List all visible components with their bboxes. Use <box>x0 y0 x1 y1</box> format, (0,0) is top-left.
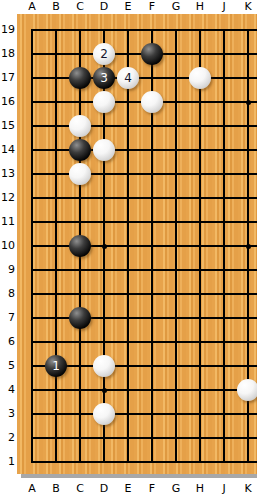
intersection-A17[interactable] <box>20 66 44 90</box>
row-label-1: 1 <box>0 450 15 474</box>
intersection-K3[interactable] <box>236 402 257 426</box>
white-stone-D3[interactable] <box>93 403 115 425</box>
intersection-E8[interactable] <box>116 282 140 306</box>
column-label-top-E: E <box>116 0 140 14</box>
intersection-G19[interactable] <box>164 18 188 42</box>
intersection-E17[interactable]: 4 <box>116 66 140 90</box>
intersection-K4[interactable] <box>236 378 257 402</box>
black-stone-B5[interactable]: 1 <box>45 355 67 377</box>
white-stone-D18[interactable]: 2 <box>93 43 115 65</box>
move-number: 4 <box>124 72 132 84</box>
column-label-bottom-C: C <box>68 482 92 496</box>
row-label-12: 12 <box>0 186 15 210</box>
intersection-J17[interactable] <box>212 66 236 90</box>
intersection-K18[interactable] <box>236 42 257 66</box>
intersection-D18[interactable]: 2 <box>92 42 116 66</box>
intersection-B4[interactable] <box>44 378 68 402</box>
white-stone-F16[interactable] <box>141 91 163 113</box>
column-label-bottom-B: B <box>44 482 68 496</box>
black-stone-C17[interactable] <box>69 67 91 89</box>
intersection-A4[interactable] <box>20 378 44 402</box>
column-label-bottom-E: E <box>116 482 140 496</box>
intersection-B19[interactable] <box>44 18 68 42</box>
intersection-D2[interactable] <box>92 426 116 450</box>
move-number: 1 <box>52 360 60 372</box>
intersection-A14[interactable] <box>20 138 44 162</box>
column-label-bottom-J: J <box>212 482 236 496</box>
intersection-K13[interactable] <box>236 162 257 186</box>
intersection-F4[interactable] <box>140 378 164 402</box>
row-label-8: 8 <box>0 282 15 306</box>
board-shadow <box>21 474 257 478</box>
star-point-D4 <box>102 388 107 393</box>
intersection-J6[interactable] <box>212 330 236 354</box>
intersection-G12[interactable] <box>164 186 188 210</box>
intersection-F3[interactable] <box>140 402 164 426</box>
column-label-top-F: F <box>140 0 164 14</box>
row-label-11: 11 <box>0 210 15 234</box>
intersection-H1[interactable] <box>188 450 212 474</box>
intersection-J13[interactable] <box>212 162 236 186</box>
intersection-G3[interactable] <box>164 402 188 426</box>
intersection-A5[interactable] <box>20 354 44 378</box>
row-label-6: 6 <box>0 330 15 354</box>
intersection-G5[interactable] <box>164 354 188 378</box>
intersection-A15[interactable] <box>20 114 44 138</box>
column-label-bottom-G: G <box>164 482 188 496</box>
intersection-F11[interactable] <box>140 210 164 234</box>
intersection-E16[interactable] <box>116 90 140 114</box>
row-label-16: 16 <box>0 90 15 114</box>
intersection-E15[interactable] <box>116 114 140 138</box>
row-label-7: 7 <box>0 306 15 330</box>
go-board-diagram: ABCDEFGHJK 19181716151413121110987654321… <box>0 0 257 500</box>
intersection-C12[interactable] <box>68 186 92 210</box>
intersection-A12[interactable] <box>20 186 44 210</box>
intersection-G1[interactable] <box>164 450 188 474</box>
intersection-K11[interactable] <box>236 210 257 234</box>
intersection-J10[interactable] <box>212 234 236 258</box>
intersection-K8[interactable] <box>236 282 257 306</box>
intersection-C15[interactable] <box>68 114 92 138</box>
intersection-J19[interactable] <box>212 18 236 42</box>
intersection-K16[interactable] <box>236 90 257 114</box>
intersection-A10[interactable] <box>20 234 44 258</box>
intersection-C14[interactable] <box>68 138 92 162</box>
intersection-H7[interactable] <box>188 306 212 330</box>
intersection-B10[interactable] <box>44 234 68 258</box>
row-label-2: 2 <box>0 426 15 450</box>
intersection-E1[interactable] <box>116 450 140 474</box>
intersection-K19[interactable] <box>236 18 257 42</box>
intersection-E9[interactable] <box>116 258 140 282</box>
intersection-D9[interactable] <box>92 258 116 282</box>
intersection-B11[interactable] <box>44 210 68 234</box>
intersection-J1[interactable] <box>212 450 236 474</box>
row-label-10: 10 <box>0 234 15 258</box>
intersection-G14[interactable] <box>164 138 188 162</box>
intersection-C19[interactable] <box>68 18 92 42</box>
column-label-top-C: C <box>68 0 92 14</box>
intersection-B12[interactable] <box>44 186 68 210</box>
intersection-B3[interactable] <box>44 402 68 426</box>
intersection-G4[interactable] <box>164 378 188 402</box>
intersection-F12[interactable] <box>140 186 164 210</box>
black-stone-C10[interactable] <box>69 235 91 257</box>
intersection-E5[interactable] <box>116 354 140 378</box>
intersection-B6[interactable] <box>44 330 68 354</box>
column-label-top-A: A <box>20 0 44 14</box>
intersection-F2[interactable] <box>140 426 164 450</box>
intersection-H3[interactable] <box>188 402 212 426</box>
intersection-A3[interactable] <box>20 402 44 426</box>
intersection-E10[interactable] <box>116 234 140 258</box>
intersection-E14[interactable] <box>116 138 140 162</box>
column-label-top-K: K <box>236 0 257 14</box>
intersection-D12[interactable] <box>92 186 116 210</box>
intersection-K9[interactable] <box>236 258 257 282</box>
intersection-C2[interactable] <box>68 426 92 450</box>
intersection-H15[interactable] <box>188 114 212 138</box>
intersection-K10[interactable] <box>236 234 257 258</box>
intersection-E11[interactable] <box>116 210 140 234</box>
intersection-D11[interactable] <box>92 210 116 234</box>
intersection-D5[interactable] <box>92 354 116 378</box>
intersection-F5[interactable] <box>140 354 164 378</box>
intersection-G9[interactable] <box>164 258 188 282</box>
intersection-A6[interactable] <box>20 330 44 354</box>
intersection-F14[interactable] <box>140 138 164 162</box>
column-label-top-B: B <box>44 0 68 14</box>
intersection-D13[interactable] <box>92 162 116 186</box>
intersection-J15[interactable] <box>212 114 236 138</box>
intersection-D15[interactable] <box>92 114 116 138</box>
intersection-J18[interactable] <box>212 42 236 66</box>
intersection-A7[interactable] <box>20 306 44 330</box>
intersection-D7[interactable] <box>92 306 116 330</box>
star-point-K16 <box>246 100 251 105</box>
intersection-H5[interactable] <box>188 354 212 378</box>
intersection-A9[interactable] <box>20 258 44 282</box>
intersection-K2[interactable] <box>236 426 257 450</box>
white-stone-D5[interactable] <box>93 355 115 377</box>
intersection-F17[interactable] <box>140 66 164 90</box>
intersection-C8[interactable] <box>68 282 92 306</box>
intersection-E4[interactable] <box>116 378 140 402</box>
intersection-J11[interactable] <box>212 210 236 234</box>
intersection-H13[interactable] <box>188 162 212 186</box>
intersection-F7[interactable] <box>140 306 164 330</box>
intersection-E2[interactable] <box>116 426 140 450</box>
intersection-F6[interactable] <box>140 330 164 354</box>
board: 2341 <box>17 14 257 474</box>
intersection-B1[interactable] <box>44 450 68 474</box>
intersection-K6[interactable] <box>236 330 257 354</box>
column-label-bottom-H: H <box>188 482 212 496</box>
black-stone-D17[interactable]: 3 <box>93 67 115 89</box>
intersection-F15[interactable] <box>140 114 164 138</box>
row-label-5: 5 <box>0 354 15 378</box>
intersection-F9[interactable] <box>140 258 164 282</box>
column-label-bottom-A: A <box>20 482 44 496</box>
intersection-G17[interactable] <box>164 66 188 90</box>
intersection-B16[interactable] <box>44 90 68 114</box>
intersection-F13[interactable] <box>140 162 164 186</box>
board-grid: 2341 <box>20 18 257 474</box>
intersection-G6[interactable] <box>164 330 188 354</box>
intersection-A19[interactable] <box>20 18 44 42</box>
move-number: 2 <box>100 48 108 60</box>
intersection-G8[interactable] <box>164 282 188 306</box>
intersection-A8[interactable] <box>20 282 44 306</box>
column-label-top-H: H <box>188 0 212 14</box>
intersection-G18[interactable] <box>164 42 188 66</box>
intersection-D10[interactable] <box>92 234 116 258</box>
intersection-G11[interactable] <box>164 210 188 234</box>
intersection-H8[interactable] <box>188 282 212 306</box>
intersection-H10[interactable] <box>188 234 212 258</box>
intersection-C7[interactable] <box>68 306 92 330</box>
white-stone-E17[interactable]: 4 <box>117 67 139 89</box>
column-label-bottom-F: F <box>140 482 164 496</box>
intersection-H4[interactable] <box>188 378 212 402</box>
intersection-J12[interactable] <box>212 186 236 210</box>
intersection-C4[interactable] <box>68 378 92 402</box>
white-stone-C13[interactable] <box>69 163 91 185</box>
intersection-B9[interactable] <box>44 258 68 282</box>
intersection-E13[interactable] <box>116 162 140 186</box>
move-number: 3 <box>100 72 108 84</box>
intersection-G13[interactable] <box>164 162 188 186</box>
intersection-G7[interactable] <box>164 306 188 330</box>
intersection-A16[interactable] <box>20 90 44 114</box>
star-point-K10 <box>246 244 251 249</box>
intersection-D1[interactable] <box>92 450 116 474</box>
intersection-B2[interactable] <box>44 426 68 450</box>
intersection-A18[interactable] <box>20 42 44 66</box>
intersection-H12[interactable] <box>188 186 212 210</box>
intersection-E6[interactable] <box>116 330 140 354</box>
column-label-top-J: J <box>212 0 236 14</box>
intersection-K7[interactable] <box>236 306 257 330</box>
intersection-C17[interactable] <box>68 66 92 90</box>
intersection-H19[interactable] <box>188 18 212 42</box>
star-point-D10 <box>102 244 107 249</box>
intersection-B8[interactable] <box>44 282 68 306</box>
intersection-H14[interactable] <box>188 138 212 162</box>
intersection-D8[interactable] <box>92 282 116 306</box>
column-label-bottom-D: D <box>92 482 116 496</box>
intersection-F18[interactable] <box>140 42 164 66</box>
intersection-G10[interactable] <box>164 234 188 258</box>
intersection-E3[interactable] <box>116 402 140 426</box>
row-label-9: 9 <box>0 258 15 282</box>
intersection-J5[interactable] <box>212 354 236 378</box>
intersection-K5[interactable] <box>236 354 257 378</box>
intersection-C10[interactable] <box>68 234 92 258</box>
intersection-D19[interactable] <box>92 18 116 42</box>
intersection-H17[interactable] <box>188 66 212 90</box>
intersection-J8[interactable] <box>212 282 236 306</box>
intersection-D14[interactable] <box>92 138 116 162</box>
intersection-K17[interactable] <box>236 66 257 90</box>
intersection-J3[interactable] <box>212 402 236 426</box>
intersection-H16[interactable] <box>188 90 212 114</box>
intersection-F1[interactable] <box>140 450 164 474</box>
intersection-H6[interactable] <box>188 330 212 354</box>
intersection-D3[interactable] <box>92 402 116 426</box>
intersection-H2[interactable] <box>188 426 212 450</box>
white-stone-K4[interactable] <box>237 379 257 401</box>
intersection-G16[interactable] <box>164 90 188 114</box>
intersection-F19[interactable] <box>140 18 164 42</box>
row-label-17: 17 <box>0 66 15 90</box>
intersection-G2[interactable] <box>164 426 188 450</box>
row-label-3: 3 <box>0 402 15 426</box>
white-stone-D14[interactable] <box>93 139 115 161</box>
intersection-A11[interactable] <box>20 210 44 234</box>
column-label-top-D: D <box>92 0 116 14</box>
row-label-13: 13 <box>0 162 15 186</box>
white-stone-C15[interactable] <box>69 115 91 137</box>
intersection-J2[interactable] <box>212 426 236 450</box>
intersection-K14[interactable] <box>236 138 257 162</box>
intersection-D17[interactable]: 3 <box>92 66 116 90</box>
intersection-B14[interactable] <box>44 138 68 162</box>
intersection-C6[interactable] <box>68 330 92 354</box>
black-stone-C7[interactable] <box>69 307 91 329</box>
black-stone-F18[interactable] <box>141 43 163 65</box>
intersection-B7[interactable] <box>44 306 68 330</box>
intersection-B17[interactable] <box>44 66 68 90</box>
intersection-B5[interactable]: 1 <box>44 354 68 378</box>
intersection-K1[interactable] <box>236 450 257 474</box>
intersection-J7[interactable] <box>212 306 236 330</box>
intersection-G15[interactable] <box>164 114 188 138</box>
intersection-J9[interactable] <box>212 258 236 282</box>
intersection-B13[interactable] <box>44 162 68 186</box>
intersection-E19[interactable] <box>116 18 140 42</box>
intersection-K12[interactable] <box>236 186 257 210</box>
intersection-A1[interactable] <box>20 450 44 474</box>
row-label-4: 4 <box>0 378 15 402</box>
intersection-A13[interactable] <box>20 162 44 186</box>
intersection-C13[interactable] <box>68 162 92 186</box>
intersection-H18[interactable] <box>188 42 212 66</box>
intersection-E18[interactable] <box>116 42 140 66</box>
intersection-H9[interactable] <box>188 258 212 282</box>
column-label-bottom-K: K <box>236 482 257 496</box>
intersection-E7[interactable] <box>116 306 140 330</box>
intersection-D4[interactable] <box>92 378 116 402</box>
intersection-K15[interactable] <box>236 114 257 138</box>
intersection-B18[interactable] <box>44 42 68 66</box>
row-label-15: 15 <box>0 114 15 138</box>
intersection-F16[interactable] <box>140 90 164 114</box>
intersection-D16[interactable] <box>92 90 116 114</box>
white-stone-H17[interactable] <box>189 67 211 89</box>
intersection-A2[interactable] <box>20 426 44 450</box>
intersection-C16[interactable] <box>68 90 92 114</box>
intersection-F10[interactable] <box>140 234 164 258</box>
intersection-J4[interactable] <box>212 378 236 402</box>
intersection-C9[interactable] <box>68 258 92 282</box>
intersection-J14[interactable] <box>212 138 236 162</box>
intersection-D6[interactable] <box>92 330 116 354</box>
black-stone-C14[interactable] <box>69 139 91 161</box>
intersection-E12[interactable] <box>116 186 140 210</box>
intersection-C18[interactable] <box>68 42 92 66</box>
row-label-14: 14 <box>0 138 15 162</box>
intersection-B15[interactable] <box>44 114 68 138</box>
intersection-C1[interactable] <box>68 450 92 474</box>
white-stone-D16[interactable] <box>93 91 115 113</box>
row-label-19: 19 <box>0 18 15 42</box>
intersection-C3[interactable] <box>68 402 92 426</box>
column-label-top-G: G <box>164 0 188 14</box>
intersection-F8[interactable] <box>140 282 164 306</box>
intersection-J16[interactable] <box>212 90 236 114</box>
intersection-H11[interactable] <box>188 210 212 234</box>
intersection-C11[interactable] <box>68 210 92 234</box>
row-label-18: 18 <box>0 42 15 66</box>
intersection-C5[interactable] <box>68 354 92 378</box>
